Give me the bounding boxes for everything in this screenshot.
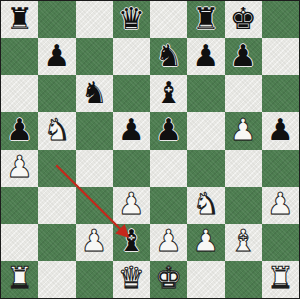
white-pawn[interactable]: ♟ [155,226,182,256]
white-queen[interactable]: ♛ [118,263,145,293]
chess-board: ♜♛♜♚♟♞♟♟♞♝♟♞♟♟♟♟♟♟♞♟♟♝♟♟♝♜♛♚♜ [0,0,300,299]
square-g6[interactable] [225,75,262,112]
white-pawn[interactable]: ♟ [230,115,257,145]
square-f8[interactable]: ♜ [187,1,224,38]
black-bishop[interactable]: ♝ [118,226,145,256]
square-c3[interactable] [76,187,113,224]
square-b4[interactable] [38,150,75,187]
square-e6[interactable]: ♝ [150,75,187,112]
square-e3[interactable] [150,187,187,224]
black-pawn[interactable]: ♟ [230,41,257,71]
white-king[interactable]: ♚ [155,263,182,293]
square-e5[interactable]: ♟ [150,112,187,149]
white-pawn[interactable]: ♟ [192,226,219,256]
square-b1[interactable] [38,261,75,298]
square-g5[interactable]: ♟ [225,112,262,149]
square-e8[interactable] [150,1,187,38]
square-d5[interactable]: ♟ [113,112,150,149]
square-a1[interactable]: ♜ [1,261,38,298]
square-g2[interactable]: ♝ [225,224,262,261]
black-pawn[interactable]: ♟ [155,115,182,145]
black-queen[interactable]: ♛ [118,4,145,34]
square-c2[interactable]: ♟ [76,224,113,261]
white-knight[interactable]: ♞ [192,189,219,219]
square-c7[interactable] [76,38,113,75]
square-g8[interactable]: ♚ [225,1,262,38]
square-a7[interactable] [1,38,38,75]
square-c8[interactable] [76,1,113,38]
square-d4[interactable] [113,150,150,187]
square-e1[interactable]: ♚ [150,261,187,298]
square-a2[interactable] [1,224,38,261]
square-g3[interactable] [225,187,262,224]
square-f3[interactable]: ♞ [187,187,224,224]
square-f6[interactable] [187,75,224,112]
white-knight[interactable]: ♞ [43,115,70,145]
white-pawn[interactable]: ♟ [267,189,294,219]
square-c4[interactable] [76,150,113,187]
black-rook[interactable]: ♜ [192,4,219,34]
square-h8[interactable] [262,1,299,38]
square-d6[interactable] [113,75,150,112]
square-b8[interactable] [38,1,75,38]
square-f5[interactable] [187,112,224,149]
black-king[interactable]: ♚ [230,4,257,34]
square-b3[interactable] [38,187,75,224]
black-pawn[interactable]: ♟ [118,115,145,145]
black-pawn[interactable]: ♟ [6,115,33,145]
square-h3[interactable]: ♟ [262,187,299,224]
square-d3[interactable]: ♟ [113,187,150,224]
square-c5[interactable] [76,112,113,149]
square-b7[interactable]: ♟ [38,38,75,75]
white-rook[interactable]: ♜ [267,263,294,293]
square-d8[interactable]: ♛ [113,1,150,38]
square-h4[interactable] [262,150,299,187]
black-pawn[interactable]: ♟ [192,41,219,71]
square-f2[interactable]: ♟ [187,224,224,261]
square-f1[interactable] [187,261,224,298]
square-a3[interactable] [1,187,38,224]
square-g7[interactable]: ♟ [225,38,262,75]
chess-board-container: ♜♛♜♚♟♞♟♟♞♝♟♞♟♟♟♟♟♟♞♟♟♝♟♟♝♜♛♚♜ [0,0,300,299]
square-a5[interactable]: ♟ [1,112,38,149]
square-h7[interactable] [262,38,299,75]
square-d2[interactable]: ♝ [113,224,150,261]
square-e7[interactable]: ♞ [150,38,187,75]
black-rook[interactable]: ♜ [6,4,33,34]
square-g1[interactable] [225,261,262,298]
square-g4[interactable] [225,150,262,187]
square-a8[interactable]: ♜ [1,1,38,38]
square-a4[interactable]: ♟ [1,150,38,187]
square-d1[interactable]: ♛ [113,261,150,298]
square-h1[interactable]: ♜ [262,261,299,298]
square-b5[interactable]: ♞ [38,112,75,149]
white-pawn[interactable]: ♟ [6,152,33,182]
square-h2[interactable] [262,224,299,261]
square-b6[interactable] [38,75,75,112]
black-knight[interactable]: ♞ [155,41,182,71]
square-d7[interactable] [113,38,150,75]
white-rook[interactable]: ♜ [6,263,33,293]
square-f7[interactable]: ♟ [187,38,224,75]
black-bishop[interactable]: ♝ [155,78,182,108]
square-e2[interactable]: ♟ [150,224,187,261]
black-pawn[interactable]: ♟ [267,115,294,145]
white-pawn[interactable]: ♟ [81,226,108,256]
black-knight[interactable]: ♞ [81,78,108,108]
square-f4[interactable] [187,150,224,187]
square-a6[interactable] [1,75,38,112]
black-pawn[interactable]: ♟ [43,41,70,71]
square-e4[interactable] [150,150,187,187]
square-h6[interactable] [262,75,299,112]
square-c6[interactable]: ♞ [76,75,113,112]
square-c1[interactable] [76,261,113,298]
white-bishop[interactable]: ♝ [230,226,257,256]
white-pawn[interactable]: ♟ [118,189,145,219]
square-h5[interactable]: ♟ [262,112,299,149]
square-b2[interactable] [38,224,75,261]
